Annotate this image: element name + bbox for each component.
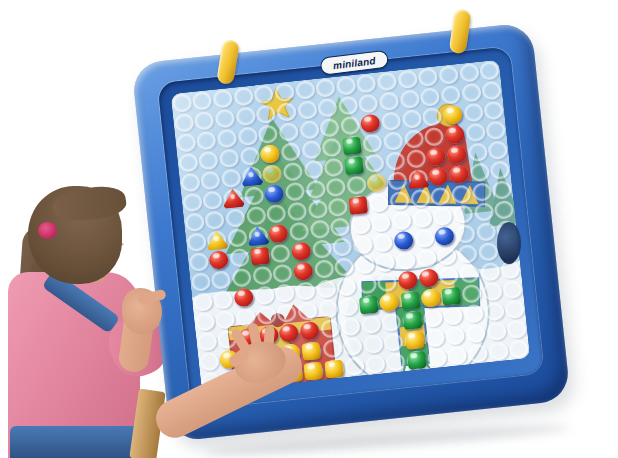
yellow-cube-peg[interactable] (304, 361, 324, 380)
product-photo: miniland (0, 0, 618, 458)
green-cube-peg[interactable] (345, 156, 365, 175)
green-cube-peg[interactable] (400, 291, 420, 310)
easel-knob (497, 222, 521, 264)
red-cube-peg[interactable] (349, 196, 369, 215)
red-cube-peg[interactable] (250, 246, 270, 265)
green-cube-peg[interactable] (406, 350, 426, 369)
green-cube-peg[interactable] (359, 295, 379, 314)
green-cube-peg[interactable] (342, 136, 362, 155)
yellow-cube-peg[interactable] (302, 341, 322, 360)
translucent-panel (171, 60, 531, 393)
girl-hair-tie (38, 222, 57, 239)
green-cube-peg[interactable] (402, 311, 422, 330)
green-cube-peg[interactable] (441, 286, 461, 305)
girl-overalls (10, 426, 140, 458)
yellow-cube-peg[interactable] (324, 359, 344, 378)
yellow-cube-peg[interactable] (404, 331, 424, 350)
miniland-logo-text: miniland (332, 55, 376, 71)
